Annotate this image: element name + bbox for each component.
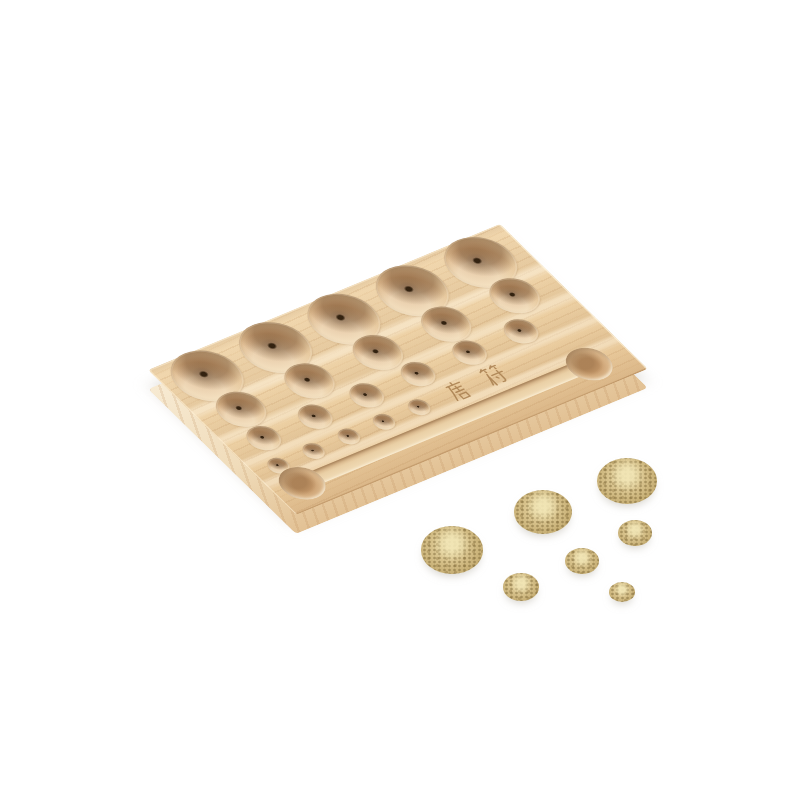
powder-pile-6[interactable]	[503, 573, 539, 600]
board-pits	[148, 224, 500, 370]
powder-pile-2[interactable]	[514, 490, 572, 534]
incense-mould-board: 唐符	[148, 224, 648, 515]
product-photo-stage: 唐符	[0, 0, 800, 800]
pit-small-6[interactable]	[497, 315, 546, 348]
powder-pile-1[interactable]	[597, 458, 657, 504]
pit-small-2[interactable]	[291, 400, 340, 433]
char-fu	[478, 364, 510, 386]
pit-tiny-2[interactable]	[298, 440, 330, 461]
powder-pile-3[interactable]	[421, 526, 483, 573]
powder-pile-5[interactable]	[565, 548, 599, 574]
char-tang	[443, 380, 473, 401]
pit-tiny-3[interactable]	[333, 426, 365, 447]
powder-pile-4[interactable]	[618, 520, 652, 546]
pit-tiny-5[interactable]	[403, 397, 435, 418]
pit-small-3[interactable]	[342, 379, 391, 412]
powder-pile-7[interactable]	[609, 582, 635, 602]
pit-tiny-4[interactable]	[368, 411, 400, 432]
